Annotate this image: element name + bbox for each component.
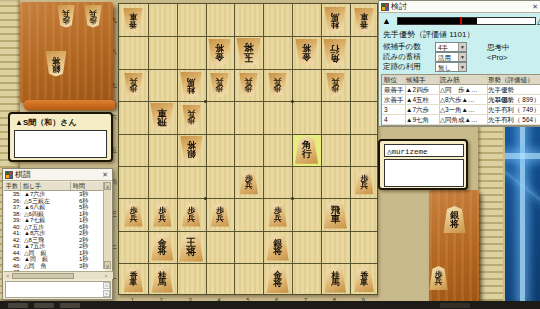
sente-piece-飛車[interactable]: 飛車 <box>150 103 174 131</box>
sente-piece-歩兵[interactable]: 歩兵 <box>210 73 229 97</box>
gote-piece-金将[interactable]: 金将 <box>266 266 289 293</box>
screen: { "game": "shogi", "position": { "sfen":… <box>0 0 540 309</box>
sente-piece-桂馬[interactable]: 桂馬 <box>324 7 346 33</box>
windows-logo-beam-horizontal <box>503 153 540 159</box>
kifu-app-icon <box>5 171 13 179</box>
player-window: ▲S間（和）さん <box>8 112 113 162</box>
hoshi-dot <box>204 197 207 200</box>
thinking-status: 思考中 <box>487 43 510 53</box>
evaluation-bar-fill <box>398 18 477 24</box>
kifu-comment-box[interactable]: ∧ ∨ <box>5 281 111 298</box>
gote-piece-歩兵[interactable]: 歩兵 <box>355 170 374 194</box>
kifu-move-list[interactable]: 35:▲7六歩3秒36:△5三銀左6秒37:▲6八銀5秒38:△6四銀1秒39:… <box>4 191 105 271</box>
candidates-combo[interactable]: 4手▼ <box>435 42 467 52</box>
evaluation-marker <box>460 17 462 25</box>
taskbar-tray[interactable] <box>440 303 470 308</box>
sente-piece-玉将[interactable]: 玉将 <box>236 38 261 67</box>
candidate-table-header: 順位 候補手 読み筋 形勢（評価値） <box>382 75 540 85</box>
sente-piece-歩兵[interactable]: 歩兵 <box>182 105 201 129</box>
memo-field-1[interactable]: △murizeme <box>384 144 464 157</box>
candidate-row[interactable]: 最善手▲2四歩△同 歩▲…先手優勢（1101） <box>382 85 540 95</box>
sente-piece-銀将[interactable]: 銀将 <box>180 136 203 163</box>
kifu-title: 棋譜 <box>15 169 100 180</box>
sente-piece-桂馬[interactable]: 桂馬 <box>180 72 202 98</box>
comment-scroll-down-icon[interactable]: ∨ <box>103 290 110 297</box>
gote-piece-歩兵[interactable]: 歩兵 <box>182 203 201 227</box>
player-message-box <box>14 130 107 158</box>
sente-piece-歩兵[interactable]: 歩兵 <box>326 73 345 97</box>
shogi-board[interactable]: 香車桂馬金将桂馬香車金将王将銀将歩兵歩兵歩兵歩兵歩兵飛車歩兵歩兵角行銀将飛車歩兵… <box>118 3 378 295</box>
analysis-app-icon <box>381 3 389 11</box>
taskbar-button[interactable] <box>34 303 54 308</box>
gote-piece-桂馬[interactable]: 桂馬 <box>324 266 346 292</box>
gote-piece-香車[interactable]: 香車 <box>123 267 143 292</box>
sente-piece-金将[interactable]: 金将 <box>208 39 231 66</box>
sente-piece-歩兵[interactable]: 歩兵 <box>239 73 258 97</box>
comment-scroll-up-icon[interactable]: ∧ <box>103 282 110 289</box>
scroll-down-icon: ∨ <box>104 261 111 269</box>
option-row-joseki: 定跡の利用 <box>383 61 421 72</box>
chevron-down-icon: ▼ <box>458 63 466 71</box>
engine-label: <Pro> <box>487 53 507 62</box>
scrollbar-thumb[interactable] <box>12 273 74 279</box>
memo-window: △murizeme <box>378 139 468 190</box>
sente-piece-歩兵[interactable]: 歩兵 <box>124 73 143 97</box>
taskbar-button[interactable] <box>60 303 80 308</box>
kifu-close-icon[interactable]: ✕ <box>100 171 110 179</box>
sente-piece-香車[interactable]: 香車 <box>354 8 374 33</box>
gote-piece-香車[interactable]: 香車 <box>354 267 374 292</box>
analysis-close-icon[interactable]: ✕ <box>530 3 540 11</box>
chevron-down-icon: ▼ <box>458 53 466 61</box>
candidate-row[interactable]: 4▲9七角△同角成▲…先手有利（ 564） <box>382 115 540 125</box>
sente-mark-icon: ▲ <box>382 17 391 26</box>
kifu-column-headers: 手数 指し手 時間 <box>4 182 105 191</box>
analysis-window: 検討 ✕ ▲ △ 先手優勢（評価値 1101） 候補手の数 4手▼ 思考中 読み… <box>378 0 540 127</box>
hoshi-dot <box>291 100 294 103</box>
evaluation-bar <box>397 17 536 25</box>
gote-piece-歩兵[interactable]: 歩兵 <box>124 203 143 227</box>
sente-piece-金将[interactable]: 金将 <box>295 39 318 66</box>
analysis-title: 検討 <box>391 1 530 12</box>
hoshi-dot <box>291 197 294 200</box>
taskbar[interactable] <box>0 301 540 309</box>
evaluation-text: 先手優勢（評価値 1101） <box>383 29 474 40</box>
shogi-app-window: 香車桂馬金将桂馬香車金将王将銀将歩兵歩兵歩兵歩兵歩兵飛車歩兵歩兵角行銀将飛車歩兵… <box>0 0 505 301</box>
sente-piece-歩兵[interactable]: 歩兵 <box>268 73 287 97</box>
candidate-table: 順位 候補手 読み筋 形勢（評価値） 最善手▲2四歩△同 歩▲…先手優勢（110… <box>381 74 540 126</box>
joseki-combo[interactable]: 無し▼ <box>435 62 467 72</box>
gote-piece-王将[interactable]: 王将 <box>179 233 204 262</box>
gote-piece-銀将[interactable]: 銀将 <box>266 234 289 261</box>
analysis-titlebar[interactable]: 検討 ✕ <box>379 1 540 13</box>
kifu-horizontal-scrollbar[interactable]: < > <box>4 271 113 279</box>
sente-tray-stand <box>24 100 115 110</box>
memory-combo[interactable]: 活用▼ <box>435 52 467 62</box>
scroll-right-icon: > <box>102 273 110 279</box>
candidate-row[interactable]: 3▲7六歩△3一角▲…先手有利（ 749） <box>382 105 540 115</box>
sente-piece-角行[interactable]: 角行 <box>323 39 347 67</box>
gote-piece-歩兵[interactable]: 歩兵 <box>268 203 287 227</box>
kifu-vertical-scrollbar[interactable]: ∧ ∨ <box>103 182 111 269</box>
gote-piece-歩兵[interactable]: 歩兵 <box>210 203 229 227</box>
sente-player-name: ▲S間（和）さん <box>15 117 77 128</box>
gote-piece-桂馬[interactable]: 桂馬 <box>151 266 173 292</box>
kifu-titlebar[interactable]: 棋譜 ✕ <box>3 169 112 181</box>
scroll-left-icon: < <box>4 273 12 279</box>
scroll-up-icon: ∧ <box>104 182 111 190</box>
hoshi-dot <box>204 100 207 103</box>
gote-piece-歩兵[interactable]: 歩兵 <box>153 203 172 227</box>
sente-piece-香車[interactable]: 香車 <box>123 8 143 33</box>
gote-piece-飛車[interactable]: 飛車 <box>323 201 347 229</box>
chevron-down-icon: ▼ <box>458 43 466 51</box>
gote-piece-歩兵[interactable]: 歩兵 <box>239 170 258 194</box>
taskbar-button[interactable] <box>8 303 28 308</box>
kifu-window: 棋譜 ✕ 手数 指し手 時間 35:▲7六歩3秒36:△5三銀左6秒37:▲6八… <box>2 168 113 300</box>
gote-piece-金将[interactable]: 金将 <box>151 234 174 261</box>
candidate-row[interactable]: 次善手▲4五桂△8六歩▲…先手優勢（ 899） <box>382 95 540 105</box>
memo-field-2[interactable] <box>384 159 464 187</box>
